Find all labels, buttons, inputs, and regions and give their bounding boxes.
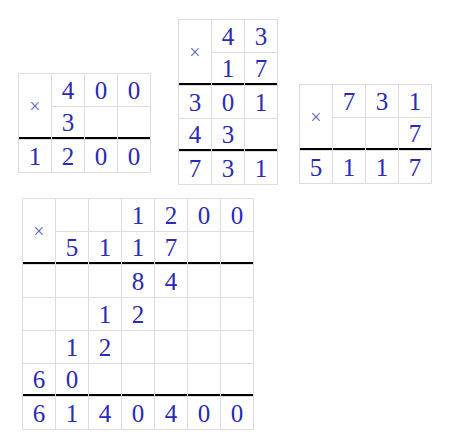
empty-cell	[155, 364, 187, 396]
digit-cell: 2	[155, 199, 187, 231]
digit-cell: 1	[122, 232, 154, 264]
digit-cell: 7	[333, 85, 365, 117]
digit-cell: 7	[245, 53, 277, 85]
digit-cell: 1	[122, 199, 154, 231]
digit-cell: 1	[19, 140, 51, 172]
digit-cell: 2	[89, 331, 121, 363]
digit-cell: 0	[85, 140, 117, 172]
digit-cell: 3	[366, 85, 398, 117]
digit-cell: 1	[399, 85, 431, 117]
digit-cell: 1	[56, 397, 88, 429]
digit-cell: 1	[89, 298, 121, 330]
digit-cell: 4	[52, 74, 84, 106]
digit-cell: 3	[245, 20, 277, 52]
digit-cell: 0	[221, 199, 253, 231]
empty-cell	[23, 331, 55, 363]
multiplication-worksheet: ×40031200 ×431730143731 ×73175117 ×12005…	[0, 0, 473, 442]
digit-cell: 1	[333, 151, 365, 183]
digit-cell: 5	[300, 151, 332, 183]
digit-cell: 1	[366, 151, 398, 183]
multiplication-grid-731x7: ×73175117	[299, 84, 432, 184]
empty-cell	[188, 298, 220, 330]
empty-cell	[85, 107, 117, 139]
digit-cell: 1	[56, 331, 88, 363]
multiply-operator: ×	[179, 20, 211, 85]
empty-cell	[118, 107, 150, 139]
digit-cell: 1	[245, 152, 277, 184]
empty-cell	[245, 119, 277, 151]
digit-cell: 2	[52, 140, 84, 172]
empty-cell	[56, 265, 88, 297]
empty-cell	[155, 298, 187, 330]
digit-cell: 3	[179, 86, 211, 118]
multiply-operator: ×	[23, 199, 55, 264]
digit-cell: 0	[122, 397, 154, 429]
empty-cell	[188, 265, 220, 297]
digit-cell: 0	[188, 199, 220, 231]
empty-cell	[221, 265, 253, 297]
empty-cell	[333, 118, 365, 150]
digit-cell: 1	[245, 86, 277, 118]
empty-cell	[56, 298, 88, 330]
empty-cell	[221, 298, 253, 330]
digit-cell: 4	[89, 397, 121, 429]
digit-cell: 4	[155, 265, 187, 297]
multiply-operator: ×	[19, 74, 51, 139]
digit-cell: 0	[118, 140, 150, 172]
digit-cell: 6	[23, 397, 55, 429]
digit-cell: 7	[399, 118, 431, 150]
digit-cell: 3	[52, 107, 84, 139]
empty-cell	[23, 298, 55, 330]
empty-cell	[89, 364, 121, 396]
digit-cell: 4	[179, 119, 211, 151]
digit-cell: 3	[212, 119, 244, 151]
multiply-operator: ×	[300, 85, 332, 150]
digit-cell: 0	[118, 74, 150, 106]
digit-cell: 4	[212, 20, 244, 52]
empty-cell	[221, 331, 253, 363]
digit-cell: 5	[56, 232, 88, 264]
digit-cell: 0	[56, 364, 88, 396]
empty-cell	[366, 118, 398, 150]
digit-cell: 6	[23, 364, 55, 396]
empty-cell	[89, 199, 121, 231]
empty-cell	[155, 331, 187, 363]
digit-cell: 7	[155, 232, 187, 264]
digit-cell: 7	[179, 152, 211, 184]
multiplication-grid-1200x5117: ×12005117841212606140400	[22, 198, 254, 430]
digit-cell: 3	[212, 152, 244, 184]
digit-cell: 2	[122, 298, 154, 330]
digit-cell: 0	[188, 397, 220, 429]
multiplication-grid-400x3: ×40031200	[18, 73, 151, 173]
multiplication-grid-43x17: ×431730143731	[178, 19, 278, 185]
digit-cell: 8	[122, 265, 154, 297]
digit-cell: 0	[221, 397, 253, 429]
empty-cell	[122, 331, 154, 363]
empty-cell	[221, 232, 253, 264]
empty-cell	[56, 199, 88, 231]
empty-cell	[188, 364, 220, 396]
digit-cell: 1	[89, 232, 121, 264]
empty-cell	[221, 364, 253, 396]
digit-cell: 4	[155, 397, 187, 429]
empty-cell	[89, 265, 121, 297]
empty-cell	[188, 232, 220, 264]
empty-cell	[188, 331, 220, 363]
digit-cell: 0	[85, 74, 117, 106]
digit-cell: 1	[212, 53, 244, 85]
empty-cell	[122, 364, 154, 396]
empty-cell	[23, 265, 55, 297]
digit-cell: 7	[399, 151, 431, 183]
digit-cell: 0	[212, 86, 244, 118]
